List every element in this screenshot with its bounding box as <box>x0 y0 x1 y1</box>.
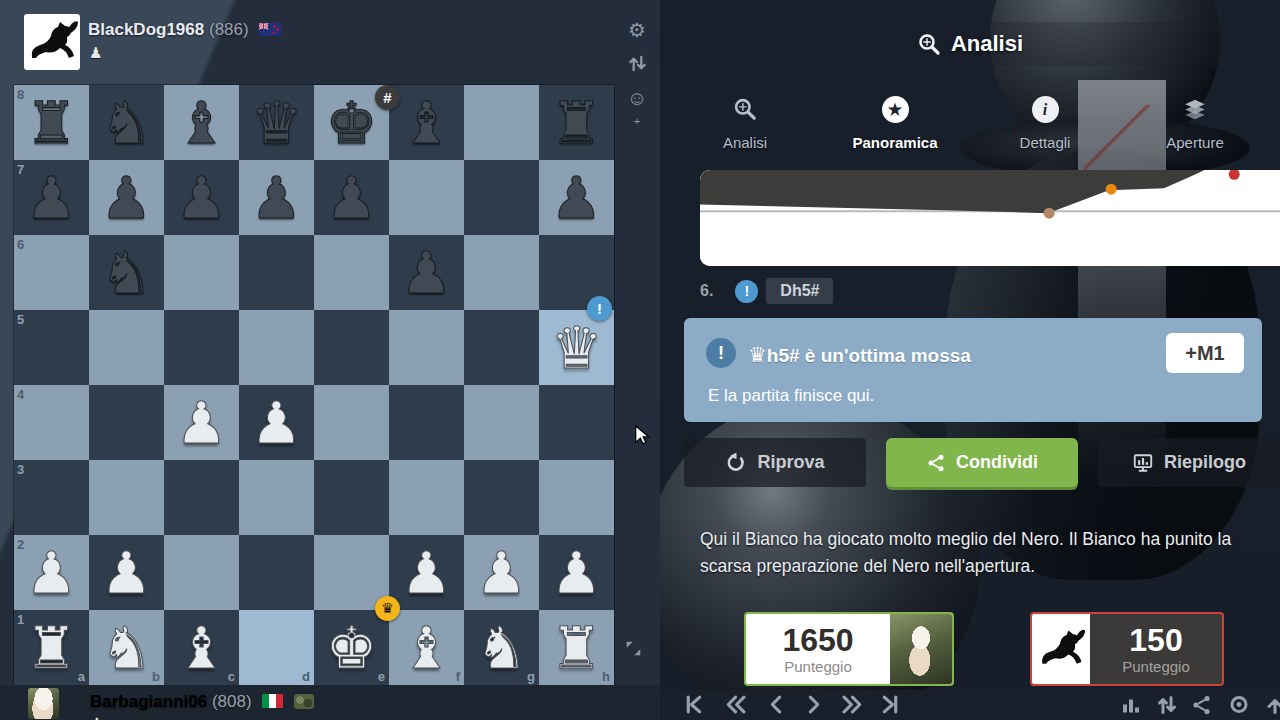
square-f6[interactable]: ♟ <box>389 235 464 310</box>
square-h3[interactable] <box>539 460 614 535</box>
square-h8[interactable]: ♜ <box>539 85 614 160</box>
square-b6[interactable]: ♞ <box>89 235 164 310</box>
square-d3[interactable] <box>239 460 314 535</box>
marker-mistake <box>1106 184 1117 195</box>
file-label-c: c <box>228 669 235 684</box>
square-h1[interactable]: h♜ <box>539 610 614 685</box>
white-pawn-c4: ♟ <box>164 385 239 460</box>
square-c8[interactable]: ♝ <box>164 85 239 160</box>
black-bishop-f8: ♝ <box>389 85 464 160</box>
square-f1[interactable]: f♝ <box>389 610 464 685</box>
black-queen-d8: ♛ <box>239 85 314 160</box>
square-c4[interactable]: ♟ <box>164 385 239 460</box>
square-c3[interactable] <box>164 460 239 535</box>
file-label-g: g <box>527 669 535 684</box>
rank-label-7: 7 <box>17 162 24 177</box>
square-a4[interactable]: 4 <box>14 385 89 460</box>
file-label-a: a <box>78 669 85 684</box>
tab-dettagli[interactable]: iDettagli <box>970 84 1120 166</box>
white-pawn-g2: ♟ <box>464 535 539 610</box>
square-c5[interactable] <box>164 310 239 385</box>
square-d8[interactable]: ♛ <box>239 85 314 160</box>
file-label-d: d <box>302 669 310 684</box>
square-h7[interactable]: ♟ <box>539 160 614 235</box>
white-bishop-f1: ♝ <box>389 610 464 685</box>
square-b2[interactable]: ♟ <box>89 535 164 610</box>
square-e4[interactable] <box>314 385 389 460</box>
flip-board-icon[interactable] <box>624 54 650 73</box>
playback-next-button[interactable] <box>802 693 825 720</box>
evaluation-graph[interactable] <box>700 170 1280 266</box>
top-player-rating: (886) <box>209 20 249 39</box>
black-rating-label: Punteggio <box>1122 658 1190 675</box>
checkmate-badge-e8: # <box>375 85 400 110</box>
great-move-icon-large: ! <box>706 338 736 368</box>
square-e6[interactable] <box>314 235 389 310</box>
add-emoji-icon[interactable]: ☺+ <box>624 88 650 131</box>
share-icon[interactable] <box>1190 693 1212 720</box>
file-label-f: f <box>456 669 460 684</box>
square-h2[interactable]: ♟ <box>539 535 614 610</box>
mouse-cursor <box>632 424 654 452</box>
square-b8[interactable]: ♞ <box>89 85 164 160</box>
settings-gear-icon[interactable]: ⚙ <box>624 20 650 40</box>
rank-label-5: 5 <box>17 312 24 327</box>
square-b5[interactable] <box>89 310 164 385</box>
bottom-captured-pieces: ♟ <box>91 715 103 720</box>
playback-prev-button[interactable] <box>765 693 788 720</box>
owl-avatar-image <box>890 614 952 684</box>
square-h4[interactable] <box>539 385 614 460</box>
black-rook-a8: ♜ <box>14 85 89 160</box>
magnifier-icon <box>670 96 820 126</box>
square-f2[interactable]: ♟ <box>389 535 464 610</box>
camo-badge-icon <box>294 694 314 709</box>
black-pawn-b7: ♟ <box>89 160 164 235</box>
square-e5[interactable] <box>314 310 389 385</box>
great-move-badge-h5: ! <box>587 296 612 321</box>
file-label-h: h <box>602 669 610 684</box>
square-d2[interactable] <box>239 535 314 610</box>
black-pawn-h7: ♟ <box>539 160 614 235</box>
tab-analisi[interactable]: Analisi <box>670 84 820 166</box>
square-d6[interactable] <box>239 235 314 310</box>
playback-bar <box>660 690 1280 720</box>
square-c6[interactable] <box>164 235 239 310</box>
move-feedback-callout: ! ♛h5# è un'ottima mossa +M1 E la partit… <box>684 318 1262 422</box>
playback-last-button[interactable] <box>879 693 902 720</box>
square-d7[interactable]: ♟ <box>239 160 314 235</box>
chess-board[interactable]: 8♜♞♝♛♚♝♜7♟♟♟♟♟♟6♞♟5♛4♟♟32♟♟♟♟♟1a♜b♞c♝de♚… <box>14 85 614 685</box>
square-f7[interactable] <box>389 160 464 235</box>
eval-badge: +M1 <box>1166 333 1244 373</box>
tab-aperture[interactable]: Aperture <box>1120 84 1270 166</box>
layers-icon <box>1120 96 1270 126</box>
black-pawn-e7: ♟ <box>314 160 389 235</box>
square-f3[interactable] <box>389 460 464 535</box>
report-button[interactable]: Riepilogo <box>1098 438 1280 487</box>
tab-panoramica[interactable]: ★Panoramica <box>820 84 970 166</box>
bottom-player-bar: Barbagianni06 (808) ♟ <box>0 685 660 720</box>
playback-prev-fast-button[interactable] <box>723 693 746 720</box>
retry-button[interactable]: Riprova <box>684 438 866 487</box>
top-player-name[interactable]: BlackDog1968 (886) <box>88 20 281 41</box>
analysis-magnifier-icon <box>917 32 941 56</box>
black-pawn-d7: ♟ <box>239 160 314 235</box>
black-bishop-c8: ♝ <box>164 85 239 160</box>
square-a1[interactable]: 1a♜ <box>14 610 89 685</box>
black-dog-silhouette <box>24 14 80 70</box>
white-pawn-d4: ♟ <box>239 385 314 460</box>
winner-crown-badge-e1: ♛ <box>375 596 400 621</box>
square-f8[interactable]: ♝ <box>389 85 464 160</box>
retry-icon <box>725 452 747 474</box>
italy-flag-icon <box>262 693 283 713</box>
record-icon[interactable] <box>1228 693 1250 720</box>
square-a3[interactable]: 3 <box>14 460 89 535</box>
avatar-barbagianni[interactable] <box>28 688 59 719</box>
square-a8[interactable]: 8♜ <box>14 85 89 160</box>
black-rating-box: 150 Punteggio <box>1030 612 1224 686</box>
rank-label-6: 6 <box>17 237 24 252</box>
black-pawn-f6: ♟ <box>389 235 464 310</box>
top-player-bar: BlackDog1968 (886) ♟ <box>0 0 660 85</box>
square-d4[interactable]: ♟ <box>239 385 314 460</box>
rank-label-2: 2 <box>17 537 24 552</box>
square-a7[interactable]: 7♟ <box>14 160 89 235</box>
bottom-player-rating: (808) <box>212 692 252 711</box>
top-captured-pieces: ♟ <box>89 44 102 62</box>
avatar-blackdog[interactable] <box>24 14 80 70</box>
square-b1[interactable]: b♞ <box>89 610 164 685</box>
square-f5[interactable] <box>389 310 464 385</box>
square-g2[interactable]: ♟ <box>464 535 539 610</box>
bottom-player-name[interactable]: Barbagianni06 (808) <box>90 692 314 713</box>
square-g4[interactable] <box>464 385 539 460</box>
square-g8[interactable] <box>464 85 539 160</box>
game-summary-text: Qui il Bianco ha giocato molto meglio de… <box>700 526 1272 580</box>
new-zealand-flag-icon <box>259 21 281 41</box>
white-pawn-b2: ♟ <box>89 535 164 610</box>
square-g3[interactable] <box>464 460 539 535</box>
white-pawn-a2: ♟ <box>14 535 89 610</box>
file-label-b: b <box>152 669 160 684</box>
black-pawn-a7: ♟ <box>14 160 89 235</box>
black-rook-h8: ♜ <box>539 85 614 160</box>
square-b4[interactable] <box>89 385 164 460</box>
square-g1[interactable]: g♞ <box>464 610 539 685</box>
dog-avatar-image <box>1032 614 1090 684</box>
square-b7[interactable]: ♟ <box>89 160 164 235</box>
white-rating-box: 1650 Punteggio <box>744 612 954 686</box>
rank-label-1: 1 <box>17 612 24 627</box>
rank-label-4: 4 <box>17 387 24 402</box>
white-queen-h5: ♛ <box>539 310 614 385</box>
square-c2[interactable] <box>164 535 239 610</box>
square-g5[interactable] <box>464 310 539 385</box>
square-e7[interactable]: ♟ <box>314 160 389 235</box>
share-icon <box>926 453 946 473</box>
white-rating-label: Punteggio <box>784 658 852 675</box>
square-a5[interactable]: 5 <box>14 310 89 385</box>
move-list-row: 6. ! Dh5# <box>700 276 833 306</box>
square-c7[interactable]: ♟ <box>164 160 239 235</box>
resize-diagonal-icon[interactable] <box>620 640 646 657</box>
playback-next-fast-button[interactable] <box>842 693 865 720</box>
square-d1[interactable]: d <box>239 610 314 685</box>
flip-icon[interactable] <box>1156 693 1178 720</box>
clipped-arrow-icon[interactable] <box>1264 693 1280 720</box>
black-knight-b8: ♞ <box>89 85 164 160</box>
black-knight-b6: ♞ <box>89 235 164 310</box>
rank-label-8: 8 <box>17 87 24 102</box>
analysis-panel: Analisi Analisi★PanoramicaiDettagliApert… <box>660 0 1280 720</box>
star-icon: ★ <box>820 96 970 126</box>
tab-bar: Analisi★PanoramicaiDettagliAperture <box>670 84 1270 166</box>
square-g6[interactable] <box>464 235 539 310</box>
square-d5[interactable] <box>239 310 314 385</box>
great-move-icon: ! <box>735 280 758 303</box>
square-f4[interactable] <box>389 385 464 460</box>
rank-label-3: 3 <box>17 462 24 477</box>
move-san[interactable]: Dh5# <box>766 278 833 304</box>
square-h5[interactable]: ♛ <box>539 310 614 385</box>
marker-book-move <box>1044 208 1055 219</box>
white-rating-value: 1650 <box>782 624 853 656</box>
file-label-e: e <box>378 669 385 684</box>
square-g7[interactable] <box>464 160 539 235</box>
white-pawn-f2: ♟ <box>389 535 464 610</box>
square-e3[interactable] <box>314 460 389 535</box>
callout-title: ♛h5# è un'ottima mossa <box>748 343 971 367</box>
white-pawn-h2: ♟ <box>539 535 614 610</box>
square-a6[interactable]: 6 <box>14 235 89 310</box>
black-pawn-c7: ♟ <box>164 160 239 235</box>
callout-body: E la partita finisce qui. <box>708 386 874 406</box>
playback-first-button[interactable] <box>682 693 705 720</box>
square-c1[interactable]: c♝ <box>164 610 239 685</box>
panel-title: Analisi <box>660 22 1280 66</box>
chart-bars-icon[interactable] <box>1120 693 1142 720</box>
black-rating-value: 150 <box>1129 624 1182 656</box>
share-button[interactable]: Condividi <box>886 438 1078 487</box>
info-icon: i <box>970 96 1120 126</box>
square-a2[interactable]: 2♟ <box>14 535 89 610</box>
move-number: 6. <box>700 282 713 300</box>
report-icon <box>1132 452 1154 474</box>
square-e1[interactable]: e♚ <box>314 610 389 685</box>
square-b3[interactable] <box>89 460 164 535</box>
